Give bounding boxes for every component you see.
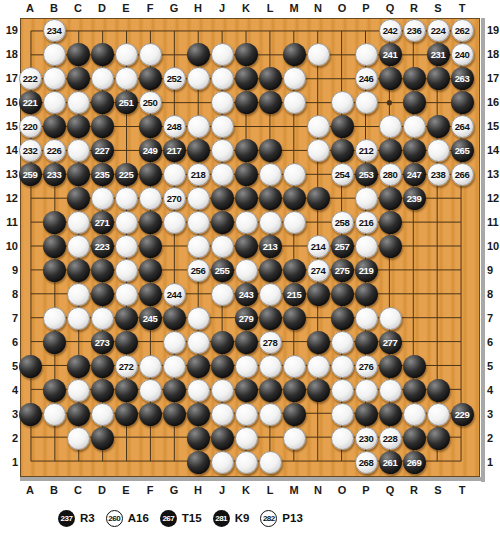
stone-black-P13: 253	[355, 163, 378, 186]
stone-black-M18	[283, 43, 306, 66]
stone-black-Q6: 277	[379, 331, 402, 354]
stone-white-R3	[403, 403, 426, 426]
stone-white-J8	[211, 283, 234, 306]
stone-white-G15: 248	[163, 115, 186, 138]
stone-black-L14	[259, 139, 282, 162]
stone-black-H2	[187, 427, 210, 450]
right-row-label-8: 8	[487, 287, 500, 301]
stone-white-H10	[187, 235, 210, 258]
stone-white-K5	[235, 355, 258, 378]
caption-item-237: 237R3	[58, 510, 95, 527]
right-row-label-13: 13	[487, 167, 500, 181]
stone-black-T14: 265	[451, 139, 474, 162]
stone-white-L8	[259, 283, 282, 306]
stone-white-K11	[235, 211, 258, 234]
stone-black-S2	[427, 427, 450, 450]
stone-black-C18	[67, 43, 90, 66]
stone-black-R5	[403, 355, 426, 378]
stone-white-N9: 274	[307, 259, 330, 282]
move-caption: 237R3260A16267T15281K9282P13	[58, 505, 303, 531]
stone-black-P6	[355, 331, 378, 354]
stone-white-J17	[211, 67, 234, 90]
stone-white-S13: 238	[427, 163, 450, 186]
caption-coord-P13: P13	[282, 512, 302, 524]
stone-black-Q14	[379, 139, 402, 162]
bottom-col-label-S: S	[426, 483, 450, 497]
left-row-label-3: 3	[1, 407, 18, 421]
stone-black-Q12	[379, 187, 402, 210]
right-row-label-16: 16	[487, 95, 500, 109]
stone-white-M17	[283, 67, 306, 90]
stone-black-R14	[403, 139, 426, 162]
stone-white-M16	[283, 91, 306, 114]
top-col-label-C: C	[66, 1, 90, 15]
right-row-label-14: 14	[487, 143, 500, 157]
stone-white-L5	[259, 355, 282, 378]
left-row-label-5: 5	[1, 359, 18, 373]
stone-black-M3	[283, 403, 306, 426]
stone-black-K16	[235, 91, 258, 114]
stone-white-J4	[211, 379, 234, 402]
stone-black-L16	[259, 91, 282, 114]
stone-black-K17	[235, 67, 258, 90]
stone-white-P5: 276	[355, 355, 378, 378]
stone-white-B17	[43, 67, 66, 90]
stone-black-Q18: 241	[379, 43, 402, 66]
stone-black-O10: 257	[331, 235, 354, 258]
stone-white-O16	[331, 91, 354, 114]
bottom-col-label-M: M	[282, 483, 306, 497]
stone-white-M11	[283, 211, 306, 234]
stone-black-S17	[427, 67, 450, 90]
stone-white-K1	[235, 451, 258, 474]
stone-white-H7	[187, 307, 210, 330]
stone-white-P10	[355, 235, 378, 258]
stone-white-P11: 216	[355, 211, 378, 234]
top-col-label-H: H	[186, 1, 210, 15]
stone-white-K3	[235, 403, 258, 426]
right-row-label-6: 6	[487, 335, 500, 349]
stone-black-B10	[43, 235, 66, 258]
stone-white-P1: 268	[355, 451, 378, 474]
stone-white-L13	[259, 163, 282, 186]
stone-black-R12: 239	[403, 187, 426, 210]
stone-white-C4	[67, 379, 90, 402]
stone-black-C13	[67, 163, 90, 186]
stone-white-E11	[115, 211, 138, 234]
stone-black-F14: 249	[139, 139, 162, 162]
stone-black-M12	[283, 187, 306, 210]
stone-black-O9: 275	[331, 259, 354, 282]
stone-black-C5	[67, 355, 90, 378]
stone-white-H6	[187, 331, 210, 354]
stone-black-K12	[235, 187, 258, 210]
stone-black-E13: 225	[115, 163, 138, 186]
stone-black-B4	[43, 379, 66, 402]
bottom-col-label-L: L	[258, 483, 282, 497]
stone-black-H3	[187, 403, 210, 426]
stone-black-F17	[139, 67, 162, 90]
bottom-col-label-D: D	[90, 483, 114, 497]
stone-white-C14	[67, 139, 90, 162]
stone-white-H17	[187, 67, 210, 90]
stone-black-B15	[43, 115, 66, 138]
top-col-label-L: L	[258, 1, 282, 15]
right-row-label-19: 19	[487, 23, 500, 37]
stone-black-F3	[139, 403, 162, 426]
stone-white-D3	[91, 403, 114, 426]
stone-black-R4	[403, 379, 426, 402]
stone-black-F13	[139, 163, 162, 186]
stone-black-J12	[211, 187, 234, 210]
stone-black-N8	[307, 283, 330, 306]
stone-black-C12	[67, 187, 90, 210]
caption-item-281: 281K9	[213, 510, 250, 527]
stone-white-Q15	[379, 115, 402, 138]
stone-black-R2	[403, 427, 426, 450]
stone-white-S14	[427, 139, 450, 162]
left-row-label-15: 15	[1, 119, 18, 133]
stone-black-M4	[283, 379, 306, 402]
stone-white-A17: 222	[19, 67, 42, 90]
left-row-label-18: 18	[1, 47, 18, 61]
stone-white-O13: 254	[331, 163, 354, 186]
stone-white-M2	[283, 427, 306, 450]
stone-black-S15	[427, 115, 450, 138]
stone-white-J16	[211, 91, 234, 114]
caption-stone-black-267: 267	[160, 510, 177, 527]
stone-white-C11	[67, 211, 90, 234]
stone-black-F9	[139, 259, 162, 282]
stone-black-G4	[163, 379, 186, 402]
left-row-label-10: 10	[1, 239, 18, 253]
stone-black-B6	[43, 331, 66, 354]
bottom-col-label-K: K	[234, 483, 258, 497]
stone-white-E8	[115, 283, 138, 306]
caption-item-282: 282P13	[260, 510, 302, 527]
stone-black-H1	[187, 451, 210, 474]
bottom-col-label-N: N	[306, 483, 330, 497]
left-row-label-17: 17	[1, 71, 18, 85]
stone-white-L1	[259, 451, 282, 474]
stone-black-D16	[91, 91, 114, 114]
right-row-label-11: 11	[487, 215, 500, 229]
stone-black-L12	[259, 187, 282, 210]
stone-black-R13: 247	[403, 163, 426, 186]
stone-black-G14: 217	[163, 139, 186, 162]
stone-black-O8	[331, 283, 354, 306]
top-col-label-F: F	[138, 1, 162, 15]
top-col-label-M: M	[282, 1, 306, 15]
caption-stone-white-260: 260	[106, 510, 123, 527]
stone-black-N12	[307, 187, 330, 210]
stone-black-T3: 229	[451, 403, 474, 426]
stone-black-R1: 269	[403, 451, 426, 474]
stone-black-K18	[235, 43, 258, 66]
stone-white-G11	[163, 211, 186, 234]
stone-black-N6	[307, 331, 330, 354]
right-row-label-12: 12	[487, 191, 500, 205]
stone-black-S18: 231	[427, 43, 450, 66]
stone-white-C16	[67, 91, 90, 114]
right-row-label-5: 5	[487, 359, 500, 373]
bottom-col-label-G: G	[162, 483, 186, 497]
stone-black-K13	[235, 163, 258, 186]
stone-white-H13: 218	[187, 163, 210, 186]
top-col-label-A: A	[18, 1, 42, 15]
stone-white-P7	[355, 307, 378, 330]
stone-black-E16: 251	[115, 91, 138, 114]
stone-white-D12	[91, 187, 114, 210]
stone-black-L7	[259, 307, 282, 330]
right-row-label-3: 3	[487, 407, 500, 421]
stone-black-D11: 271	[91, 211, 114, 234]
caption-item-260: 260A16	[106, 510, 149, 527]
stone-black-P9: 219	[355, 259, 378, 282]
stone-white-H11	[187, 211, 210, 234]
stone-white-A15: 220	[19, 115, 42, 138]
stone-white-D7	[91, 307, 114, 330]
caption-coord-K9: K9	[235, 512, 250, 524]
board-edge-strip-right	[481, 18, 485, 482]
stone-white-J10	[211, 235, 234, 258]
stone-black-A16: 221	[19, 91, 42, 114]
stone-black-G3	[163, 403, 186, 426]
stone-white-H9: 256	[187, 259, 210, 282]
stone-black-H5	[187, 355, 210, 378]
stone-white-O3	[331, 403, 354, 426]
stone-black-L10: 213	[259, 235, 282, 258]
stone-black-D15	[91, 115, 114, 138]
left-row-label-6: 6	[1, 335, 18, 349]
stone-white-H12	[187, 187, 210, 210]
caption-coord-R3: R3	[80, 512, 95, 524]
stone-white-G17: 252	[163, 67, 186, 90]
stone-white-N10: 214	[307, 235, 330, 258]
bottom-col-label-T: T	[450, 483, 474, 497]
stone-black-H14	[187, 139, 210, 162]
stone-white-H15	[187, 115, 210, 138]
left-row-label-2: 2	[1, 431, 18, 445]
stone-black-F15	[139, 115, 162, 138]
left-row-label-19: 19	[1, 23, 18, 37]
right-row-label-18: 18	[487, 47, 500, 61]
bottom-col-label-E: E	[114, 483, 138, 497]
stone-black-E3	[115, 403, 138, 426]
stone-white-L6: 278	[259, 331, 282, 354]
stone-black-S4	[427, 379, 450, 402]
stone-black-D4	[91, 379, 114, 402]
stone-black-D14: 227	[91, 139, 114, 162]
stone-black-J6	[211, 331, 234, 354]
stone-white-G6	[163, 331, 186, 354]
stone-black-A5	[19, 355, 42, 378]
stone-white-O6	[331, 331, 354, 354]
right-row-label-7: 7	[487, 311, 500, 325]
stone-white-E10	[115, 235, 138, 258]
left-row-label-9: 9	[1, 263, 18, 277]
stone-black-J5	[211, 355, 234, 378]
stone-black-D10: 223	[91, 235, 114, 258]
right-row-label-9: 9	[487, 263, 500, 277]
left-row-label-16: 16	[1, 95, 18, 109]
stone-white-Q4	[379, 379, 402, 402]
stone-white-K9	[235, 259, 258, 282]
stone-black-D18	[91, 43, 114, 66]
stone-black-E6	[115, 331, 138, 354]
stone-white-E9	[115, 259, 138, 282]
stone-white-P14: 212	[355, 139, 378, 162]
stone-black-E4	[115, 379, 138, 402]
right-row-label-17: 17	[487, 71, 500, 85]
stone-black-C17	[67, 67, 90, 90]
stone-black-Q11	[379, 211, 402, 234]
stone-black-F10	[139, 235, 162, 258]
left-row-label-1: 1	[1, 455, 18, 469]
stone-black-B11	[43, 211, 66, 234]
stone-black-B13: 233	[43, 163, 66, 186]
stone-black-D9	[91, 259, 114, 282]
stone-white-T15: 264	[451, 115, 474, 138]
stone-white-J1	[211, 451, 234, 474]
right-row-label-10: 10	[487, 239, 500, 253]
stone-white-T18: 240	[451, 43, 474, 66]
stone-white-Q2: 228	[379, 427, 402, 450]
bottom-col-label-A: A	[18, 483, 42, 497]
stone-black-P8	[355, 283, 378, 306]
right-row-label-2: 2	[487, 431, 500, 445]
top-col-label-S: S	[426, 1, 450, 15]
stone-white-B14: 226	[43, 139, 66, 162]
board-edge-strip-bottom	[20, 477, 485, 481]
stone-white-H4	[187, 379, 210, 402]
top-col-label-K: K	[234, 1, 258, 15]
stone-white-Q19: 242	[379, 19, 402, 42]
stone-white-N18	[307, 43, 330, 66]
bottom-col-label-J: J	[210, 483, 234, 497]
stone-black-O14	[331, 139, 354, 162]
caption-stone-white-282: 282	[260, 510, 277, 527]
stone-white-Q7	[379, 307, 402, 330]
top-col-label-Q: Q	[378, 1, 402, 15]
stone-black-D8	[91, 283, 114, 306]
top-col-label-G: G	[162, 1, 186, 15]
stone-black-G7	[163, 307, 186, 330]
bottom-col-label-P: P	[354, 483, 378, 497]
stone-black-D5	[91, 355, 114, 378]
stone-black-K10	[235, 235, 258, 258]
stone-white-G12: 270	[163, 187, 186, 210]
left-row-label-4: 4	[1, 383, 18, 397]
caption-stone-black-237: 237	[58, 510, 75, 527]
left-row-label-12: 12	[1, 191, 18, 205]
stone-black-R16	[403, 91, 426, 114]
top-col-label-J: J	[210, 1, 234, 15]
top-col-label-B: B	[42, 1, 66, 15]
caption-coord-T15: T15	[182, 512, 202, 524]
stone-white-N14	[307, 139, 330, 162]
stone-white-F5	[139, 355, 162, 378]
stone-black-Q17	[379, 67, 402, 90]
left-row-label-13: 13	[1, 167, 18, 181]
stone-black-O7	[331, 307, 354, 330]
stone-white-J3	[211, 403, 234, 426]
top-col-label-P: P	[354, 1, 378, 15]
stone-white-A14: 232	[19, 139, 42, 162]
stone-black-N4	[307, 379, 330, 402]
stone-white-S19: 224	[427, 19, 450, 42]
stone-white-P2: 230	[355, 427, 378, 450]
bottom-col-label-Q: Q	[378, 483, 402, 497]
bottom-col-label-C: C	[66, 483, 90, 497]
stone-black-T16	[451, 91, 474, 114]
stone-white-B18	[43, 43, 66, 66]
top-col-label-R: R	[402, 1, 426, 15]
stone-white-F4	[139, 379, 162, 402]
top-col-label-D: D	[90, 1, 114, 15]
stone-white-E17	[115, 67, 138, 90]
stone-black-E7	[115, 307, 138, 330]
left-row-label-7: 7	[1, 311, 18, 325]
stone-white-T19: 262	[451, 19, 474, 42]
stone-white-B7	[43, 307, 66, 330]
stone-black-Q10	[379, 235, 402, 258]
stone-white-O2	[331, 427, 354, 450]
go-diagram-screen: AABBCCDDEEFFGGHHJJKKLLMMNNOOPPQQRRSSTT19…	[0, 0, 500, 537]
stone-white-C8	[67, 283, 90, 306]
stone-white-R15	[403, 115, 426, 138]
stone-black-M9	[283, 259, 306, 282]
left-row-label-14: 14	[1, 143, 18, 157]
stone-white-C10	[67, 235, 90, 258]
stone-white-T13: 266	[451, 163, 474, 186]
stone-white-G8: 244	[163, 283, 186, 306]
bottom-col-label-F: F	[138, 483, 162, 497]
caption-item-267: 267T15	[160, 510, 202, 527]
stone-black-Q5	[379, 355, 402, 378]
stone-black-J11	[211, 211, 234, 234]
stone-white-O11: 258	[331, 211, 354, 234]
left-row-label-8: 8	[1, 287, 18, 301]
stone-white-L11	[259, 211, 282, 234]
stone-black-Q3	[379, 403, 402, 426]
stone-white-B3	[43, 403, 66, 426]
stone-white-J18	[211, 43, 234, 66]
right-row-label-15: 15	[487, 119, 500, 133]
stone-white-J13	[211, 163, 234, 186]
stone-white-E18	[115, 43, 138, 66]
left-row-label-11: 11	[1, 215, 18, 229]
stone-black-F11	[139, 211, 162, 234]
bottom-col-label-H: H	[186, 483, 210, 497]
stone-black-M8: 215	[283, 283, 306, 306]
stone-black-M7	[283, 307, 306, 330]
stone-white-P12	[355, 187, 378, 210]
stone-black-L4	[259, 379, 282, 402]
stone-black-D13: 235	[91, 163, 114, 186]
stone-white-P18	[355, 43, 378, 66]
stone-black-A13: 259	[19, 163, 42, 186]
stone-black-J2	[211, 427, 234, 450]
stone-black-K14	[235, 139, 258, 162]
stone-white-C7	[67, 307, 90, 330]
stone-black-C15	[67, 115, 90, 138]
stone-white-P16	[355, 91, 378, 114]
stone-white-N5	[307, 355, 330, 378]
stone-black-K4	[235, 379, 258, 402]
right-row-label-4: 4	[487, 383, 500, 397]
stone-white-P4	[355, 379, 378, 402]
